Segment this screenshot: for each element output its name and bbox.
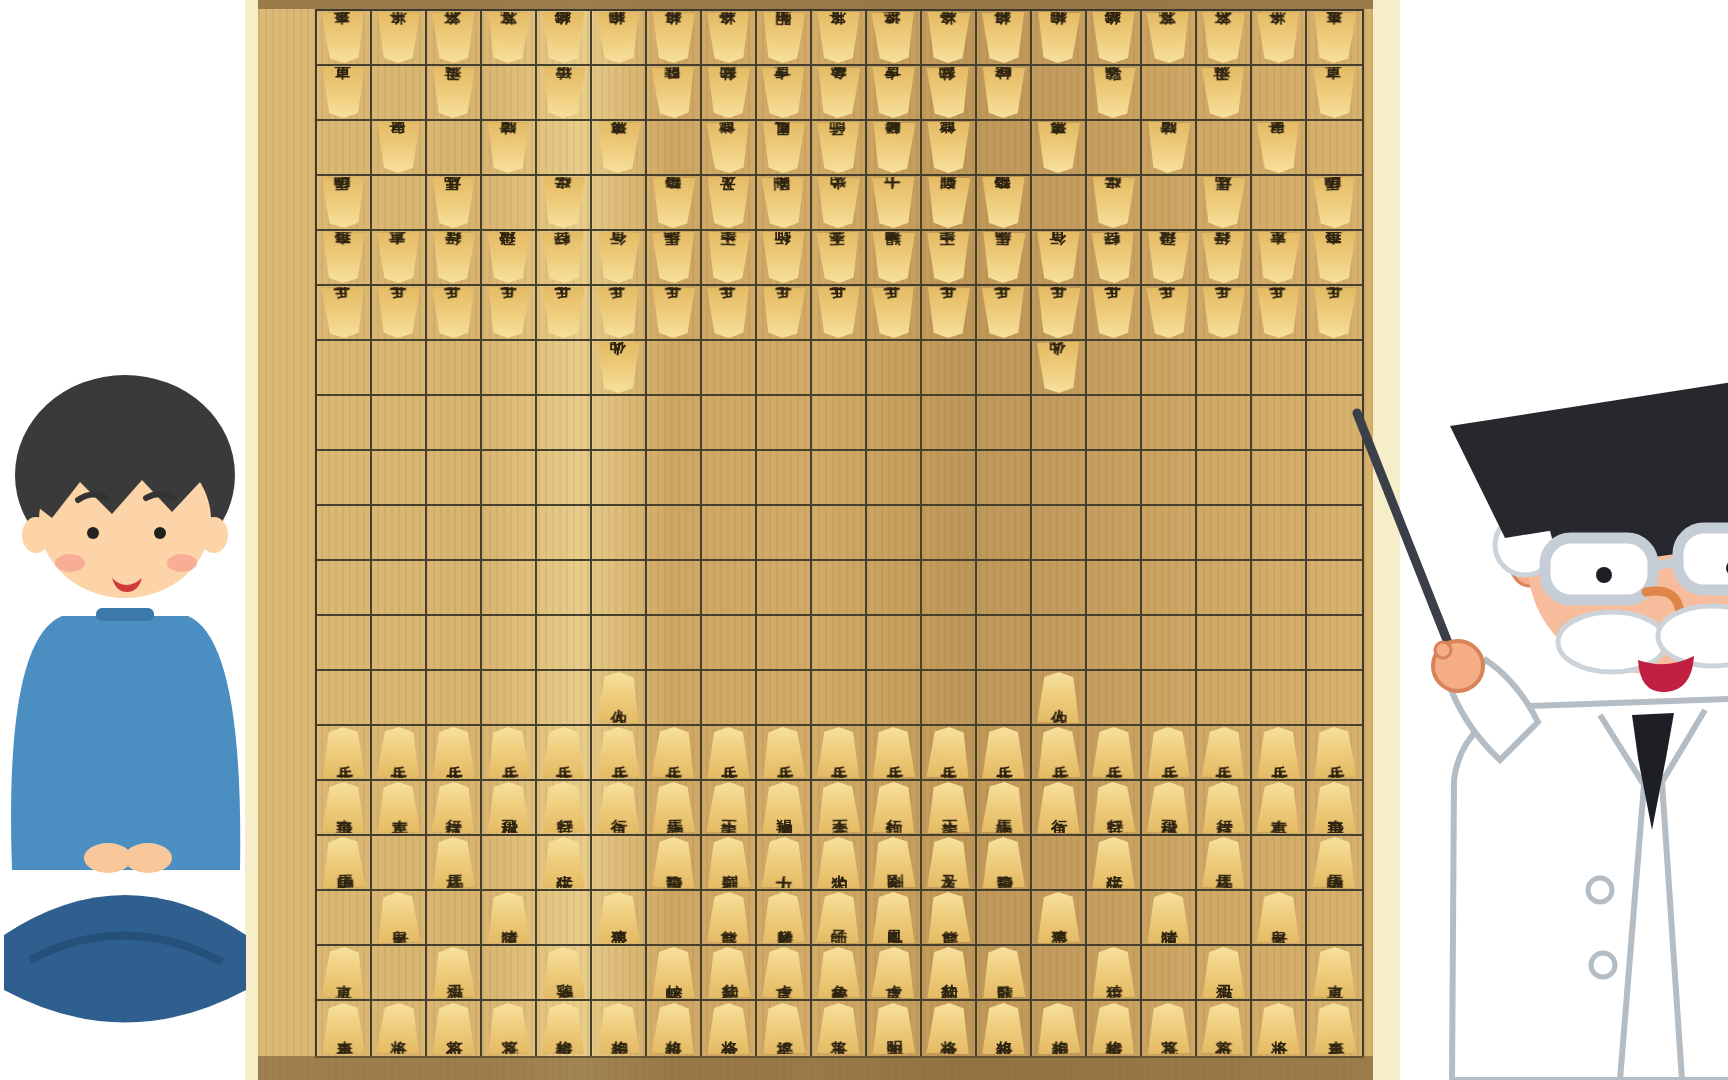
board-cell[interactable]	[757, 561, 812, 616]
board-cell[interactable]	[977, 561, 1032, 616]
shogi-piece[interactable]: 歩兵	[320, 286, 367, 339]
shogi-piece[interactable]: 仲人	[1036, 672, 1082, 724]
shogi-piece[interactable]: 無明	[871, 1003, 917, 1055]
board-cell[interactable]: 金将	[922, 11, 977, 66]
shogi-piece[interactable]: 猛牛	[541, 177, 587, 229]
shogi-piece[interactable]: 古猿	[540, 66, 587, 119]
board-cell[interactable]: 嗔猪	[1142, 121, 1197, 176]
board-cell[interactable]: 角行	[1032, 781, 1087, 836]
shogi-piece[interactable]: 猛豹	[925, 66, 972, 119]
shogi-piece[interactable]: 歩兵	[1091, 727, 1137, 779]
board-cell[interactable]: 盲虎	[757, 66, 812, 121]
shogi-piece[interactable]: 歩兵	[925, 726, 972, 779]
shogi-piece[interactable]: 嗔猪	[486, 122, 532, 174]
board-cell[interactable]: 石将	[427, 1001, 482, 1056]
shogi-piece[interactable]: 桂馬	[431, 177, 476, 228]
board-cell[interactable]: 盲虎	[757, 946, 812, 1001]
board-cell[interactable]: 驢馬	[1307, 176, 1362, 231]
board-cell[interactable]	[647, 891, 702, 946]
shogi-piece[interactable]: 狛犬	[816, 837, 861, 888]
shogi-piece[interactable]: 銀将	[650, 1002, 697, 1055]
shogi-piece[interactable]: 淮鶏	[541, 947, 587, 999]
board-cell[interactable]: 嗔猪	[482, 121, 537, 176]
board-cell[interactable]: 金将	[702, 1001, 757, 1056]
board-cell[interactable]	[867, 616, 922, 671]
board-cell[interactable]: 玉将	[812, 11, 867, 66]
board-cell[interactable]	[1032, 396, 1087, 451]
board-cell[interactable]	[977, 451, 1032, 506]
board-cell[interactable]: 猛牛	[537, 176, 592, 231]
shogi-piece[interactable]: 龍王	[926, 232, 972, 284]
board-cell[interactable]: 香車	[1307, 11, 1362, 66]
board-cell[interactable]	[1087, 451, 1142, 506]
board-cell[interactable]	[702, 561, 757, 616]
board-cell[interactable]: 猫刄	[1197, 66, 1252, 121]
shogi-piece[interactable]: 歩兵	[981, 727, 1026, 778]
board-cell[interactable]: 香車	[317, 1001, 372, 1056]
board-cell[interactable]: 瓦将	[1142, 11, 1197, 66]
board-cell[interactable]: 猛牛	[537, 836, 592, 891]
shogi-piece[interactable]: 摩羯	[761, 782, 806, 833]
shogi-piece[interactable]: 歩兵	[376, 287, 422, 339]
board-cell[interactable]: 仲人	[1032, 671, 1087, 726]
board-cell[interactable]	[317, 396, 372, 451]
board-cell[interactable]	[867, 396, 922, 451]
shogi-piece[interactable]: 猛豹	[926, 947, 971, 998]
board-cell[interactable]	[1032, 836, 1087, 891]
board-cell[interactable]	[537, 506, 592, 561]
shogi-piece[interactable]: 竪行	[540, 781, 587, 834]
board-cell[interactable]: 歩兵	[592, 286, 647, 341]
board-cell[interactable]	[1032, 176, 1087, 231]
board-cell[interactable]: 驢馬	[317, 176, 372, 231]
board-cell[interactable]: 歩兵	[977, 286, 1032, 341]
shogi-piece[interactable]: 角行	[1036, 782, 1081, 833]
board-cell[interactable]	[1087, 121, 1142, 176]
shogi-piece[interactable]: 夜叉	[926, 837, 972, 889]
shogi-piece[interactable]: 飛龍	[650, 176, 697, 229]
board-cell[interactable]: 銀将	[647, 11, 702, 66]
shogi-piece[interactable]: 麒麟	[761, 892, 807, 944]
board-cell[interactable]	[372, 341, 427, 396]
board-cell[interactable]	[647, 671, 702, 726]
board-cell[interactable]	[977, 671, 1032, 726]
board-cell[interactable]: 反車	[1307, 66, 1362, 121]
board-cell[interactable]	[427, 121, 482, 176]
board-cell[interactable]: 飛車	[1307, 231, 1362, 286]
board-cell[interactable]: 蟠蛇	[977, 66, 1032, 121]
board-cell[interactable]: 夜叉	[922, 836, 977, 891]
board-cell[interactable]: 師子	[812, 121, 867, 176]
shogi-piece[interactable]: 師子	[816, 122, 862, 174]
board-cell[interactable]	[812, 506, 867, 561]
board-cell[interactable]	[977, 396, 1032, 451]
board-cell[interactable]: 横行	[427, 781, 482, 836]
shogi-piece[interactable]: 狛犬	[816, 177, 862, 229]
board-cell[interactable]	[922, 561, 977, 616]
board-cell[interactable]: 歩兵	[1142, 286, 1197, 341]
board-cell[interactable]: 玉将	[812, 1001, 867, 1056]
board-cell[interactable]	[922, 451, 977, 506]
shogi-piece[interactable]: 歩兵	[431, 287, 477, 339]
board-cell[interactable]: 盲虎	[867, 946, 922, 1001]
board-cell[interactable]	[317, 506, 372, 561]
board-cell[interactable]: 嗔猪	[482, 891, 537, 946]
shogi-piece[interactable]: 摩羯	[871, 232, 917, 284]
shogi-piece[interactable]: 金将	[925, 1002, 972, 1055]
shogi-piece[interactable]: 歩兵	[541, 727, 587, 779]
board-cell[interactable]: 猛牛	[1087, 176, 1142, 231]
board-cell[interactable]	[867, 506, 922, 561]
board-cell[interactable]: 歩兵	[977, 726, 1032, 781]
board-cell[interactable]	[537, 341, 592, 396]
shogi-piece[interactable]: 鐵将	[541, 12, 586, 63]
board-cell[interactable]	[922, 671, 977, 726]
shogi-piece[interactable]: 奔王	[815, 231, 862, 284]
board-cell[interactable]	[592, 506, 647, 561]
board-cell[interactable]: 臥龍	[647, 66, 702, 121]
board-cell[interactable]: 麒麟	[757, 891, 812, 946]
shogi-piece[interactable]: 悪狼	[595, 121, 642, 174]
board-cell[interactable]: 仲人	[592, 341, 647, 396]
board-cell[interactable]	[757, 451, 812, 506]
shogi-piece[interactable]: 銅将	[1035, 1002, 1082, 1055]
board-cell[interactable]: 老鼠	[372, 891, 427, 946]
shogi-piece[interactable]: 歩兵	[485, 726, 532, 779]
board-cell[interactable]	[867, 671, 922, 726]
board-cell[interactable]: 悪狼	[1032, 891, 1087, 946]
board-cell[interactable]	[922, 506, 977, 561]
board-cell[interactable]: 淮鶏	[1087, 66, 1142, 121]
board-cell[interactable]	[592, 561, 647, 616]
shogi-piece[interactable]: 飛龍	[651, 837, 697, 889]
board-cell[interactable]: 歩兵	[867, 726, 922, 781]
shogi-piece[interactable]: 夜叉	[706, 177, 751, 228]
board-cell[interactable]: 鉤行	[757, 231, 812, 286]
shogi-piece[interactable]: 歩兵	[1145, 286, 1192, 339]
shogi-piece[interactable]: 土将	[375, 1002, 422, 1055]
shogi-piece[interactable]: 龍馬	[980, 231, 1027, 284]
board-cell[interactable]	[702, 451, 757, 506]
shogi-piece[interactable]: 老鼠	[376, 122, 421, 173]
board-cell[interactable]: 悪狼	[592, 121, 647, 176]
board-cell[interactable]	[482, 836, 537, 891]
shogi-piece[interactable]: 提婆	[870, 11, 917, 64]
board-cell[interactable]	[647, 341, 702, 396]
board-cell[interactable]	[482, 176, 537, 231]
shogi-piece[interactable]: 瓦将	[1146, 1003, 1192, 1055]
board-cell[interactable]: 歩兵	[812, 726, 867, 781]
board-cell[interactable]	[427, 561, 482, 616]
board-cell[interactable]: 猫刄	[427, 66, 482, 121]
shogi-piece[interactable]: 香車	[320, 11, 367, 64]
board-cell[interactable]: 猛豹	[702, 946, 757, 1001]
shogi-piece[interactable]: 歩兵	[706, 727, 751, 778]
board-cell[interactable]	[317, 891, 372, 946]
board-cell[interactable]	[1142, 341, 1197, 396]
board-cell[interactable]: 仲人	[1032, 341, 1087, 396]
board-cell[interactable]: 歩兵	[537, 726, 592, 781]
board-cell[interactable]: 桂馬	[427, 836, 482, 891]
board-cell[interactable]: 猛牛	[1087, 836, 1142, 891]
shogi-piece[interactable]: 老鼠	[1255, 121, 1302, 174]
board-cell[interactable]	[372, 66, 427, 121]
board-cell[interactable]	[482, 66, 537, 121]
board-cell[interactable]: 狛犬	[812, 176, 867, 231]
board-cell[interactable]	[702, 341, 757, 396]
board-cell[interactable]: 角行	[1032, 231, 1087, 286]
board-cell[interactable]: 金将	[922, 1001, 977, 1056]
board-cell[interactable]	[1252, 176, 1307, 231]
board-cell[interactable]	[592, 66, 647, 121]
board-cell[interactable]	[1087, 891, 1142, 946]
board-cell[interactable]	[1087, 396, 1142, 451]
board-cell[interactable]: 横飛	[1142, 781, 1197, 836]
board-cell[interactable]: 歩兵	[317, 286, 372, 341]
shogi-piece[interactable]: 盲熊	[925, 891, 972, 944]
board-cell[interactable]	[757, 396, 812, 451]
board-cell[interactable]	[757, 341, 812, 396]
board-cell[interactable]: 龍馬	[977, 781, 1032, 836]
shogi-piece[interactable]: 鐵将	[541, 1003, 587, 1055]
board-cell[interactable]	[922, 341, 977, 396]
board-cell[interactable]: 力士	[757, 836, 812, 891]
board-cell[interactable]: 飛龍	[977, 176, 1032, 231]
board-cell[interactable]: 猛豹	[922, 946, 977, 1001]
shogi-piece[interactable]: 瓦将	[485, 11, 532, 64]
shogi-piece[interactable]: 歩兵	[1035, 286, 1082, 339]
board-cell[interactable]: 羅刹	[922, 176, 977, 231]
board-cell[interactable]: 鐵将	[537, 11, 592, 66]
board-cell[interactable]	[537, 561, 592, 616]
shogi-piece[interactable]: 横行	[430, 231, 477, 284]
board-cell[interactable]: 飛龍	[647, 176, 702, 231]
shogi-piece[interactable]: 飛龍	[981, 177, 1026, 228]
shogi-piece[interactable]: 桂馬	[431, 837, 477, 889]
board-cell[interactable]	[1197, 121, 1252, 176]
board-cell[interactable]	[1142, 176, 1197, 231]
shogi-piece[interactable]: 銅将	[596, 1003, 642, 1055]
board-cell[interactable]	[977, 506, 1032, 561]
shogi-piece[interactable]: 盲虎	[761, 67, 807, 119]
shogi-piece[interactable]: 力士	[760, 836, 807, 889]
board-cell[interactable]: 盲虎	[867, 66, 922, 121]
board-cell[interactable]: 瓦将	[1142, 1001, 1197, 1056]
board-cell[interactable]	[1142, 66, 1197, 121]
board-cell[interactable]: 鐵将	[1087, 1001, 1142, 1056]
shogi-piece[interactable]: 仲人	[595, 671, 642, 724]
board-cell[interactable]	[1142, 671, 1197, 726]
shogi-piece[interactable]: 猛牛	[1091, 177, 1137, 229]
board-cell[interactable]: 歩兵	[922, 286, 977, 341]
shogi-piece[interactable]: 横飛	[1146, 232, 1192, 284]
board-cell[interactable]	[757, 506, 812, 561]
board-cell[interactable]: 銀将	[977, 1001, 1032, 1056]
shogi-piece[interactable]: 横行	[1201, 232, 1247, 284]
board-cell[interactable]: 歩兵	[427, 286, 482, 341]
board-cell[interactable]: 石将	[427, 11, 482, 66]
board-cell[interactable]	[1032, 561, 1087, 616]
shogi-piece[interactable]: 蟠蛇	[651, 947, 696, 998]
board-cell[interactable]: 龍馬	[647, 231, 702, 286]
board-cell[interactable]: 歩兵	[922, 726, 977, 781]
shogi-piece[interactable]: 歩兵	[1035, 726, 1082, 779]
board-cell[interactable]	[317, 341, 372, 396]
shogi-piece[interactable]: 竪行	[540, 231, 587, 284]
board-cell[interactable]: 銅将	[592, 1001, 647, 1056]
shogi-piece[interactable]: 龍王	[705, 781, 752, 834]
board-cell[interactable]: 石将	[1197, 11, 1252, 66]
shogi-piece[interactable]: 金将	[926, 12, 972, 64]
shogi-piece[interactable]: 仲人	[1036, 342, 1082, 394]
board-cell[interactable]: 嗔猪	[1142, 891, 1197, 946]
board-cell[interactable]	[812, 616, 867, 671]
board-cell[interactable]: 香車	[317, 11, 372, 66]
board-cell[interactable]	[1142, 451, 1197, 506]
shogi-piece[interactable]: 香車	[321, 1003, 367, 1055]
shogi-piece[interactable]: 石将	[431, 12, 477, 64]
board-cell[interactable]: 歩兵	[372, 286, 427, 341]
board-cell[interactable]: 臥龍	[977, 946, 1032, 1001]
board-cell[interactable]	[1087, 561, 1142, 616]
shogi-piece[interactable]: 横飛	[1146, 782, 1192, 834]
board-cell[interactable]: 狛犬	[812, 836, 867, 891]
board-cell[interactable]	[812, 671, 867, 726]
board-cell[interactable]	[537, 451, 592, 506]
shogi-piece[interactable]: 左車	[376, 782, 422, 834]
board-cell[interactable]: 金剛	[867, 836, 922, 891]
shogi-piece[interactable]: 角行	[596, 232, 642, 284]
board-cell[interactable]: 龍馬	[977, 231, 1032, 286]
board-cell[interactable]	[1142, 506, 1197, 561]
board-cell[interactable]: 横飛	[1142, 231, 1197, 286]
board-cell[interactable]: 桂馬	[1197, 176, 1252, 231]
shogi-piece[interactable]: 歩兵	[321, 727, 367, 779]
board-cell[interactable]: 盲熊	[922, 121, 977, 176]
shogi-piece[interactable]: 悪狼	[1036, 892, 1082, 944]
board-cell[interactable]	[867, 451, 922, 506]
shogi-piece[interactable]: 盲熊	[705, 121, 752, 174]
shogi-piece[interactable]: 歩兵	[485, 286, 532, 339]
shogi-piece[interactable]: 臥龍	[980, 946, 1027, 999]
board-cell[interactable]: 横飛	[482, 781, 537, 836]
shogi-piece[interactable]: 古猿	[1091, 947, 1137, 999]
board-cell[interactable]	[1032, 616, 1087, 671]
board-cell[interactable]: 古猿	[537, 66, 592, 121]
shogi-piece[interactable]: 土将	[1256, 12, 1302, 64]
shogi-piece[interactable]: 歩兵	[1091, 287, 1136, 338]
board-cell[interactable]: 鉤行	[867, 781, 922, 836]
board-cell[interactable]: 歩兵	[317, 726, 372, 781]
board-cell[interactable]	[1142, 561, 1197, 616]
board-cell[interactable]: 老鼠	[1252, 121, 1307, 176]
board-cell[interactable]: 土将	[1252, 11, 1307, 66]
board-cell[interactable]	[427, 671, 482, 726]
shogi-piece[interactable]: 師子	[815, 891, 862, 944]
shogi-piece[interactable]: 反車	[321, 67, 366, 118]
board-cell[interactable]: 歩兵	[647, 726, 702, 781]
board-cell[interactable]	[757, 616, 812, 671]
shogi-piece[interactable]: 銀将	[981, 12, 1027, 64]
board-cell[interactable]	[372, 671, 427, 726]
board-cell[interactable]	[482, 506, 537, 561]
board-cell[interactable]: 驢馬	[317, 836, 372, 891]
board-cell[interactable]: 横飛	[482, 231, 537, 286]
board-cell[interactable]: 龍王	[702, 231, 757, 286]
shogi-piece[interactable]: 醉象	[815, 66, 862, 119]
board-cell[interactable]: 反車	[317, 946, 372, 1001]
board-cell[interactable]	[317, 121, 372, 176]
shogi-piece[interactable]: 盲虎	[870, 946, 917, 999]
shogi-piece[interactable]: 盲熊	[926, 122, 971, 173]
board-cell[interactable]	[482, 451, 537, 506]
board-cell[interactable]: 土将	[372, 1001, 427, 1056]
board-cell[interactable]	[867, 341, 922, 396]
shogi-piece[interactable]: 醉象	[816, 947, 862, 999]
board-cell[interactable]	[1142, 616, 1197, 671]
board-cell[interactable]: 歩兵	[1032, 286, 1087, 341]
board-cell[interactable]	[812, 341, 867, 396]
board-cell[interactable]	[427, 341, 482, 396]
board-cell[interactable]	[372, 946, 427, 1001]
shogi-piece[interactable]: 盲虎	[871, 67, 916, 118]
shogi-piece[interactable]: 仲人	[596, 342, 641, 393]
shogi-piece[interactable]: 瓦将	[1145, 11, 1192, 64]
shogi-piece[interactable]: 玉将	[816, 12, 861, 63]
shogi-piece[interactable]: 横飛	[486, 782, 531, 833]
board-cell[interactable]	[977, 121, 1032, 176]
board-cell[interactable]: 歩兵	[812, 286, 867, 341]
shogi-piece[interactable]: 羅刹	[925, 176, 972, 229]
board-cell[interactable]: 無明	[867, 1001, 922, 1056]
board-cell[interactable]: 盲熊	[702, 891, 757, 946]
board-cell[interactable]: 歩兵	[757, 726, 812, 781]
board-cell[interactable]: 歩兵	[592, 726, 647, 781]
board-cell[interactable]: 歩兵	[702, 726, 757, 781]
board-cell[interactable]: 師子	[812, 891, 867, 946]
board-cell[interactable]	[812, 561, 867, 616]
shogi-piece[interactable]: 歩兵	[431, 727, 476, 778]
shogi-piece[interactable]: 猫刄	[430, 946, 477, 999]
board-cell[interactable]: 歩兵	[537, 286, 592, 341]
board-cell[interactable]	[1087, 506, 1142, 561]
board-cell[interactable]	[372, 836, 427, 891]
shogi-piece[interactable]: 銅将	[1035, 11, 1082, 64]
board-cell[interactable]	[482, 671, 537, 726]
shogi-piece[interactable]: 銀将	[981, 1003, 1026, 1054]
shogi-piece[interactable]: 反車	[320, 946, 367, 999]
board-cell[interactable]: 古猿	[1087, 946, 1142, 1001]
board-cell[interactable]: 右車	[372, 231, 427, 286]
shogi-piece[interactable]: 龍馬	[651, 232, 697, 284]
board-cell[interactable]	[647, 616, 702, 671]
board-cell[interactable]: 歩兵	[482, 726, 537, 781]
board-cell[interactable]: 仲人	[592, 671, 647, 726]
shogi-piece[interactable]: 歩兵	[871, 727, 917, 779]
shogi-piece[interactable]: 盲熊	[706, 892, 752, 944]
shogi-piece[interactable]: 鉤行	[871, 782, 917, 834]
board-cell[interactable]	[427, 506, 482, 561]
board-cell[interactable]: 飛龍	[977, 836, 1032, 891]
board-cell[interactable]: 歩兵	[867, 286, 922, 341]
board-cell[interactable]	[977, 616, 1032, 671]
shogi-piece[interactable]: 猛豹	[706, 67, 752, 119]
board-cell[interactable]: 歩兵	[1087, 726, 1142, 781]
board-cell[interactable]: 横行	[427, 231, 482, 286]
board-cell[interactable]	[1087, 671, 1142, 726]
board-cell[interactable]: 左車	[1252, 231, 1307, 286]
shogi-piece[interactable]: 金剛	[760, 176, 807, 229]
